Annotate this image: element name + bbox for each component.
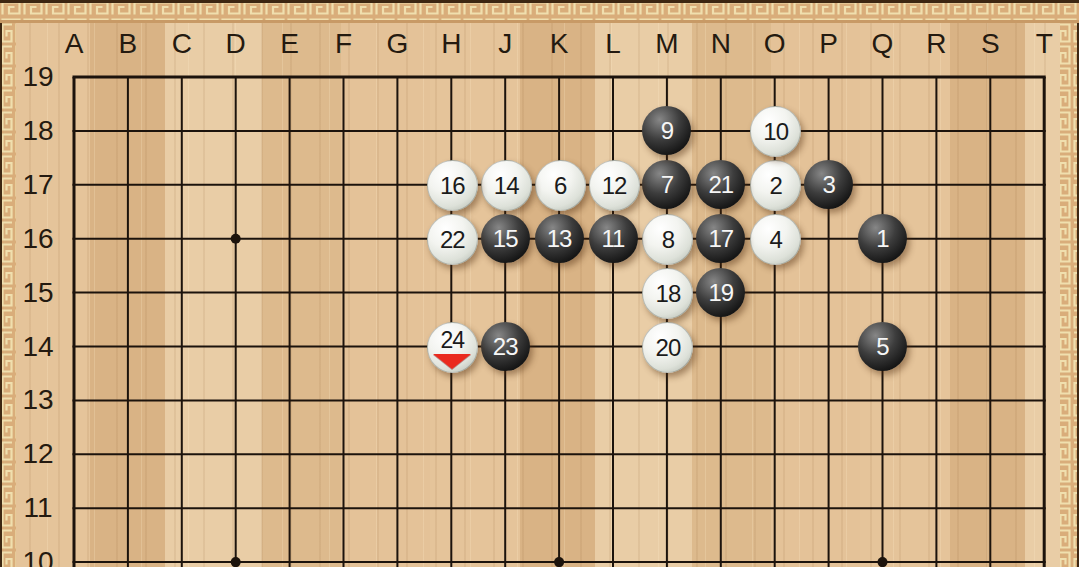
stone-black-11-L16[interactable]: 11 (589, 214, 638, 263)
stone-white-4-O16[interactable]: 4 (750, 214, 801, 265)
row-label-16: 16 (22, 225, 53, 253)
border-meander-right (1058, 0, 1079, 567)
stone-white-12-L17[interactable]: 12 (589, 160, 640, 211)
stone-move-number: 2 (751, 161, 800, 210)
last-move-triangle-icon (433, 354, 471, 369)
stone-move-number: 4 (751, 215, 800, 264)
stone-black-19-N15[interactable]: 19 (696, 268, 745, 317)
stone-move-number: 16 (428, 161, 477, 210)
row-label-18: 18 (22, 117, 53, 145)
col-label-C: C (172, 30, 192, 58)
col-label-S: S (981, 30, 1000, 58)
stone-black-5-Q14[interactable]: 5 (858, 322, 907, 371)
col-label-P: P (819, 30, 838, 58)
col-label-E: E (280, 30, 299, 58)
col-label-A: A (65, 30, 84, 58)
stone-move-number: 8 (643, 215, 692, 264)
stone-move-number: 5 (858, 322, 907, 371)
stone-white-16-H17[interactable]: 16 (427, 160, 478, 211)
stone-move-number: 10 (751, 107, 800, 156)
row-label-19: 19 (22, 63, 53, 91)
row-label-13: 13 (22, 386, 53, 414)
stone-move-number: 20 (643, 323, 692, 372)
stone-move-number: 14 (482, 161, 531, 210)
stone-move-number: 19 (696, 268, 745, 317)
row-label-14: 14 (22, 333, 53, 361)
row-label-11: 11 (23, 494, 52, 522)
stone-move-number: 7 (642, 160, 691, 209)
stone-move-number: 15 (481, 214, 530, 263)
col-label-N: N (711, 30, 731, 58)
stone-black-7-M17[interactable]: 7 (642, 160, 691, 209)
stone-black-1-Q16[interactable]: 1 (858, 214, 907, 263)
border-meander-top (0, 0, 1079, 23)
stone-white-18-M15[interactable]: 18 (642, 268, 693, 319)
stone-move-number: 6 (536, 161, 585, 210)
stone-move-number: 22 (428, 215, 477, 264)
star-point-D16 (231, 234, 241, 244)
stone-black-3-P17[interactable]: 3 (804, 160, 853, 209)
col-label-R: R (926, 30, 946, 58)
col-label-M: M (655, 30, 678, 58)
stone-move-number: 11 (589, 214, 638, 263)
col-label-H: H (441, 30, 461, 58)
col-label-L: L (605, 30, 621, 58)
border-meander-left (0, 0, 16, 567)
stone-move-number: 17 (696, 214, 745, 263)
stone-black-21-N17[interactable]: 21 (696, 160, 745, 209)
stone-black-17-N16[interactable]: 17 (696, 214, 745, 263)
star-point-K10 (554, 557, 564, 567)
row-label-15: 15 (22, 279, 53, 307)
stone-white-14-J17[interactable]: 14 (481, 160, 532, 211)
stone-move-number: 3 (804, 160, 853, 209)
col-label-T: T (1036, 30, 1053, 58)
stone-move-number: 13 (535, 214, 584, 263)
stone-white-2-O17[interactable]: 2 (750, 160, 801, 211)
star-point-Q10 (878, 557, 888, 567)
star-point-D10 (231, 557, 241, 567)
stone-white-20-M14[interactable]: 20 (642, 322, 693, 373)
col-label-O: O (764, 30, 786, 58)
row-label-12: 12 (22, 440, 53, 468)
stone-move-number: 12 (590, 161, 639, 210)
col-label-B: B (119, 30, 138, 58)
stone-black-13-K16[interactable]: 13 (535, 214, 584, 263)
stone-white-6-K17[interactable]: 6 (535, 160, 586, 211)
stone-black-9-M18[interactable]: 9 (642, 106, 691, 155)
stone-move-number: 23 (481, 322, 530, 371)
row-label-17: 17 (22, 171, 53, 199)
col-label-D: D (226, 30, 246, 58)
stone-move-number: 21 (696, 160, 745, 209)
stone-black-23-J14[interactable]: 23 (481, 322, 530, 371)
stone-move-number: 18 (643, 269, 692, 318)
board-grid[interactable] (0, 0, 1079, 567)
stone-move-number: 1 (858, 214, 907, 263)
col-label-Q: Q (872, 30, 894, 58)
col-label-K: K (550, 30, 569, 58)
stone-black-15-J16[interactable]: 15 (481, 214, 530, 263)
stone-white-10-O18[interactable]: 10 (750, 106, 801, 157)
stone-white-24-H14[interactable]: 24 (427, 322, 478, 373)
stone-white-22-H16[interactable]: 22 (427, 214, 478, 265)
stone-white-8-M16[interactable]: 8 (642, 214, 693, 265)
col-label-J: J (498, 30, 512, 58)
col-label-G: G (387, 30, 409, 58)
col-label-F: F (335, 30, 352, 58)
stone-move-number: 9 (642, 106, 691, 155)
go-board-screen: ABCDEFGHJKLMNOPQRST 19181716151413121110… (0, 0, 1079, 567)
row-label-10: 10 (22, 548, 53, 567)
